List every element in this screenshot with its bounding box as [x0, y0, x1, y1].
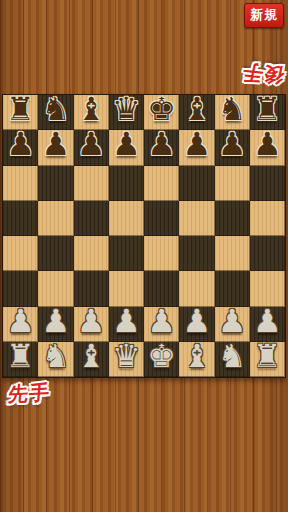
piece-black-knight: ♞: [215, 92, 250, 127]
piece-black-pawn: ♟: [215, 127, 250, 162]
square-e2[interactable]: ♟: [144, 307, 179, 342]
piece-black-knight: ♞: [38, 92, 73, 127]
piece-white-pawn: ♟: [144, 304, 179, 339]
square-c8[interactable]: ♝: [74, 95, 109, 130]
piece-white-pawn: ♟: [250, 304, 285, 339]
piece-black-pawn: ♟: [250, 127, 285, 162]
piece-black-queen: ♛: [109, 92, 144, 127]
square-h1[interactable]: ♜: [250, 342, 285, 377]
square-d3[interactable]: [109, 271, 144, 306]
square-h3[interactable]: [250, 271, 285, 306]
piece-black-pawn: ♟: [179, 127, 214, 162]
piece-black-bishop: ♝: [179, 92, 214, 127]
square-b4[interactable]: [38, 236, 73, 271]
square-h8[interactable]: ♜: [250, 95, 285, 130]
piece-white-bishop: ♝: [179, 339, 214, 374]
square-e8[interactable]: ♚: [144, 95, 179, 130]
square-h4[interactable]: [250, 236, 285, 271]
square-e3[interactable]: [144, 271, 179, 306]
piece-white-queen: ♛: [109, 339, 144, 374]
piece-black-rook: ♜: [250, 92, 285, 127]
square-g2[interactable]: ♟: [215, 307, 250, 342]
piece-black-pawn: ♟: [144, 127, 179, 162]
piece-black-pawn: ♟: [74, 127, 109, 162]
square-c5[interactable]: [74, 201, 109, 236]
square-a2[interactable]: ♟: [3, 307, 38, 342]
square-b5[interactable]: [38, 201, 73, 236]
piece-white-rook: ♜: [250, 339, 285, 374]
piece-white-pawn: ♟: [38, 304, 73, 339]
square-d1[interactable]: ♛: [109, 342, 144, 377]
piece-white-pawn: ♟: [74, 304, 109, 339]
square-d8[interactable]: ♛: [109, 95, 144, 130]
square-c6[interactable]: [74, 166, 109, 201]
piece-white-pawn: ♟: [109, 304, 144, 339]
square-d6[interactable]: [109, 166, 144, 201]
square-b8[interactable]: ♞: [38, 95, 73, 130]
square-g3[interactable]: [215, 271, 250, 306]
square-b6[interactable]: [38, 166, 73, 201]
wood-background: 新規 後手 ♜♞♝♛♚♝♞♜♟♟♟♟♟♟♟♟♟♟♟♟♟♟♟♟♜♞♝♛♚♝♞♜ 先…: [0, 0, 288, 512]
square-b1[interactable]: ♞: [38, 342, 73, 377]
square-f8[interactable]: ♝: [179, 95, 214, 130]
piece-white-pawn: ♟: [3, 304, 38, 339]
square-b3[interactable]: [38, 271, 73, 306]
square-g6[interactable]: [215, 166, 250, 201]
square-g8[interactable]: ♞: [215, 95, 250, 130]
square-d2[interactable]: ♟: [109, 307, 144, 342]
square-c1[interactable]: ♝: [74, 342, 109, 377]
piece-white-pawn: ♟: [179, 304, 214, 339]
square-f7[interactable]: ♟: [179, 130, 214, 165]
square-c2[interactable]: ♟: [74, 307, 109, 342]
square-b2[interactable]: ♟: [38, 307, 73, 342]
square-c7[interactable]: ♟: [74, 130, 109, 165]
square-f6[interactable]: [179, 166, 214, 201]
square-e7[interactable]: ♟: [144, 130, 179, 165]
square-c4[interactable]: [74, 236, 109, 271]
piece-black-rook: ♜: [3, 92, 38, 127]
square-g7[interactable]: ♟: [215, 130, 250, 165]
square-d4[interactable]: [109, 236, 144, 271]
bottom-player-label: 先手: [7, 379, 51, 408]
square-h6[interactable]: [250, 166, 285, 201]
square-f1[interactable]: ♝: [179, 342, 214, 377]
square-a6[interactable]: [3, 166, 38, 201]
square-e1[interactable]: ♚: [144, 342, 179, 377]
piece-white-knight: ♞: [38, 339, 73, 374]
square-h7[interactable]: ♟: [250, 130, 285, 165]
square-g1[interactable]: ♞: [215, 342, 250, 377]
square-a4[interactable]: [3, 236, 38, 271]
square-c3[interactable]: [74, 271, 109, 306]
square-a8[interactable]: ♜: [3, 95, 38, 130]
square-h2[interactable]: ♟: [250, 307, 285, 342]
square-a7[interactable]: ♟: [3, 130, 38, 165]
square-e6[interactable]: [144, 166, 179, 201]
chess-board[interactable]: ♜♞♝♛♚♝♞♜♟♟♟♟♟♟♟♟♟♟♟♟♟♟♟♟♜♞♝♛♚♝♞♜: [2, 94, 286, 378]
piece-black-king: ♚: [144, 92, 179, 127]
piece-white-king: ♚: [144, 339, 179, 374]
square-a3[interactable]: [3, 271, 38, 306]
square-e5[interactable]: [144, 201, 179, 236]
square-f5[interactable]: [179, 201, 214, 236]
square-b7[interactable]: ♟: [38, 130, 73, 165]
square-h5[interactable]: [250, 201, 285, 236]
square-g4[interactable]: [215, 236, 250, 271]
square-g5[interactable]: [215, 201, 250, 236]
square-f3[interactable]: [179, 271, 214, 306]
new-game-button[interactable]: 新規: [244, 3, 284, 28]
piece-white-knight: ♞: [215, 339, 250, 374]
piece-black-pawn: ♟: [109, 127, 144, 162]
square-a5[interactable]: [3, 201, 38, 236]
piece-white-rook: ♜: [3, 339, 38, 374]
piece-black-bishop: ♝: [74, 92, 109, 127]
square-f2[interactable]: ♟: [179, 307, 214, 342]
piece-white-bishop: ♝: [74, 339, 109, 374]
top-player-label: 後手: [239, 58, 286, 89]
square-e4[interactable]: [144, 236, 179, 271]
square-d7[interactable]: ♟: [109, 130, 144, 165]
piece-black-pawn: ♟: [3, 127, 38, 162]
square-a1[interactable]: ♜: [3, 342, 38, 377]
square-d5[interactable]: [109, 201, 144, 236]
piece-white-pawn: ♟: [215, 304, 250, 339]
piece-black-pawn: ♟: [38, 127, 73, 162]
square-f4[interactable]: [179, 236, 214, 271]
